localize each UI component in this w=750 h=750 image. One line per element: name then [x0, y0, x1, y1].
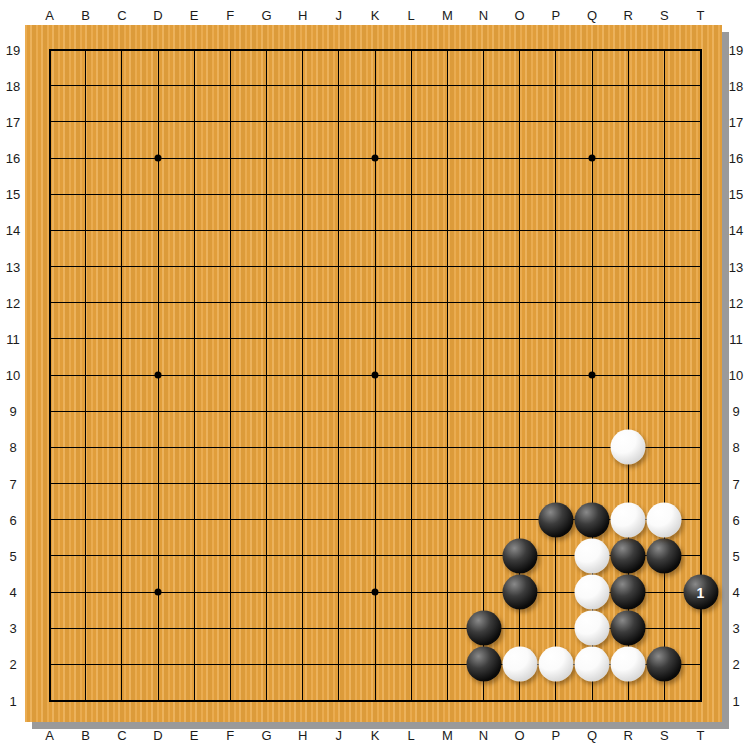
- coord-label-right-11: 11: [729, 332, 743, 345]
- coord-label-bottom-R: R: [623, 729, 632, 742]
- coord-label-bottom-N: N: [479, 729, 488, 742]
- grid-vline-M: [447, 49, 448, 702]
- coord-label-bottom-S: S: [660, 729, 669, 742]
- coord-label-left-11: 11: [6, 332, 20, 345]
- stone-black-O5: [502, 538, 537, 573]
- stone-black-S5: [647, 538, 682, 573]
- coord-label-top-N: N: [479, 9, 488, 22]
- coord-label-left-3: 3: [9, 622, 16, 635]
- coord-label-top-M: M: [442, 9, 453, 22]
- coord-label-left-14: 14: [6, 224, 20, 237]
- stone-black-T4: 1: [683, 575, 718, 610]
- coord-label-bottom-B: B: [81, 729, 90, 742]
- coord-label-left-2: 2: [9, 658, 16, 671]
- grid-vline-L: [411, 49, 412, 702]
- stone-black-N3: [466, 611, 501, 646]
- coord-label-bottom-C: C: [117, 729, 126, 742]
- coord-label-top-H: H: [298, 9, 307, 22]
- star-point-D4: [155, 589, 162, 596]
- coord-label-left-17: 17: [6, 115, 20, 128]
- coord-label-left-4: 4: [9, 586, 16, 599]
- stone-black-P6: [538, 502, 573, 537]
- move-number-label: 1: [697, 585, 705, 599]
- star-point-D16: [155, 155, 162, 162]
- coord-label-right-14: 14: [729, 224, 743, 237]
- stone-black-Q6: [575, 502, 610, 537]
- coord-label-top-G: G: [261, 9, 271, 22]
- coord-label-top-E: E: [190, 9, 199, 22]
- star-point-K16: [372, 155, 379, 162]
- coord-label-left-8: 8: [9, 441, 16, 454]
- coord-label-right-7: 7: [732, 477, 739, 490]
- grid-hline-9: [49, 411, 702, 412]
- stone-white-S6: [647, 502, 682, 537]
- coord-label-right-1: 1: [732, 694, 739, 707]
- coord-label-left-16: 16: [6, 152, 20, 165]
- coord-label-top-R: R: [623, 9, 632, 22]
- grid-hline-8: [49, 447, 702, 448]
- coord-label-left-19: 19: [6, 43, 20, 56]
- star-point-Q16: [589, 155, 596, 162]
- coord-label-right-2: 2: [732, 658, 739, 671]
- coord-label-top-T: T: [697, 9, 705, 22]
- coord-label-top-D: D: [153, 9, 162, 22]
- coord-label-right-18: 18: [729, 79, 743, 92]
- stone-white-P2: [538, 647, 573, 682]
- stone-black-R5: [611, 538, 646, 573]
- coord-label-top-J: J: [336, 9, 343, 22]
- coord-label-top-O: O: [515, 9, 525, 22]
- star-point-Q10: [589, 372, 596, 379]
- coord-label-bottom-L: L: [408, 729, 415, 742]
- coord-label-bottom-M: M: [442, 729, 453, 742]
- coord-label-left-6: 6: [9, 513, 16, 526]
- stone-white-R8: [611, 430, 646, 465]
- coord-label-right-17: 17: [729, 115, 743, 128]
- stone-white-Q4: [575, 575, 610, 610]
- coord-label-bottom-D: D: [153, 729, 162, 742]
- grid-hline-7: [49, 483, 702, 484]
- coord-label-right-15: 15: [729, 188, 743, 201]
- grid-vline-P: [555, 49, 556, 702]
- coord-label-top-S: S: [660, 9, 669, 22]
- go-app-window: AABBCCDDEEFFGGHHJJKKLLMMNNOOPPQQRRSSTT19…: [0, 0, 750, 750]
- grid-vline-S: [664, 49, 665, 702]
- coord-label-bottom-G: G: [261, 729, 271, 742]
- coord-label-left-10: 10: [6, 369, 20, 382]
- coord-label-left-13: 13: [6, 260, 20, 273]
- coord-label-bottom-T: T: [697, 729, 705, 742]
- stone-black-R4: [611, 575, 646, 610]
- coord-label-left-9: 9: [9, 405, 16, 418]
- coord-label-top-P: P: [551, 9, 560, 22]
- grid-vline-N: [483, 49, 484, 702]
- star-point-K4: [372, 589, 379, 596]
- stone-black-S2: [647, 647, 682, 682]
- coord-label-bottom-F: F: [226, 729, 234, 742]
- stone-black-O4: [502, 575, 537, 610]
- coord-label-bottom-J: J: [336, 729, 343, 742]
- star-point-D10: [155, 372, 162, 379]
- stone-black-N2: [466, 647, 501, 682]
- coord-label-bottom-E: E: [190, 729, 199, 742]
- coord-label-left-7: 7: [9, 477, 16, 490]
- coord-label-bottom-Q: Q: [587, 729, 597, 742]
- coord-label-right-5: 5: [732, 549, 739, 562]
- stone-white-Q2: [575, 647, 610, 682]
- coord-label-bottom-O: O: [515, 729, 525, 742]
- coord-label-bottom-P: P: [551, 729, 560, 742]
- coord-label-top-A: A: [45, 9, 54, 22]
- coord-label-right-12: 12: [729, 296, 743, 309]
- coord-label-top-C: C: [117, 9, 126, 22]
- coord-label-right-13: 13: [729, 260, 743, 273]
- coord-label-top-F: F: [226, 9, 234, 22]
- coord-label-top-B: B: [81, 9, 90, 22]
- grid-hline-1: [49, 700, 702, 702]
- coord-label-bottom-A: A: [45, 729, 54, 742]
- coord-label-right-8: 8: [732, 441, 739, 454]
- coord-label-top-K: K: [371, 9, 380, 22]
- coord-label-top-L: L: [408, 9, 415, 22]
- star-point-K10: [372, 372, 379, 379]
- stone-white-Q3: [575, 611, 610, 646]
- stone-white-R6: [611, 502, 646, 537]
- coord-label-left-5: 5: [9, 549, 16, 562]
- stone-black-R3: [611, 611, 646, 646]
- coord-label-right-9: 9: [732, 405, 739, 418]
- coord-label-left-18: 18: [6, 79, 20, 92]
- coord-label-right-10: 10: [729, 369, 743, 382]
- coord-label-bottom-H: H: [298, 729, 307, 742]
- coord-label-bottom-K: K: [371, 729, 380, 742]
- stone-white-R2: [611, 647, 646, 682]
- stone-white-Q5: [575, 538, 610, 573]
- coord-label-right-4: 4: [732, 586, 739, 599]
- stone-white-O2: [502, 647, 537, 682]
- coord-label-top-Q: Q: [587, 9, 597, 22]
- coord-label-left-1: 1: [9, 694, 16, 707]
- coord-label-right-19: 19: [729, 43, 743, 56]
- coord-label-right-6: 6: [732, 513, 739, 526]
- coord-label-right-16: 16: [729, 152, 743, 165]
- coord-label-left-15: 15: [6, 188, 20, 201]
- coord-label-left-12: 12: [6, 296, 20, 309]
- coord-label-right-3: 3: [732, 622, 739, 635]
